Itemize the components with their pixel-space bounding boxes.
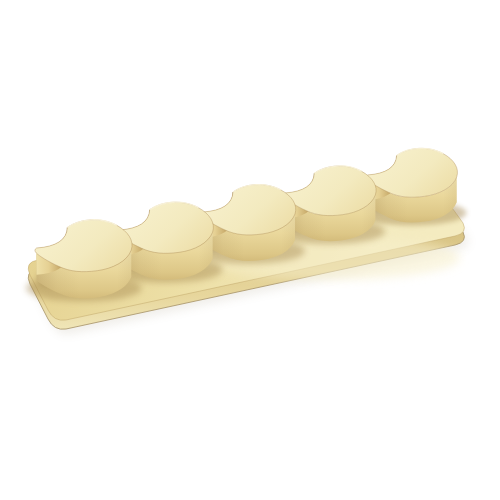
tray-and-pieces-illustration <box>0 0 500 500</box>
product-photo <box>0 0 500 500</box>
piece-slot-1 <box>26 220 141 302</box>
